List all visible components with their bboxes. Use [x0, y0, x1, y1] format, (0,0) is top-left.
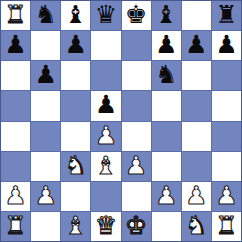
- square-f3[interactable]: [152, 152, 181, 181]
- black-pawn[interactable]: ♟: [95, 92, 117, 117]
- square-f2[interactable]: ♟: [152, 182, 181, 211]
- square-e4[interactable]: [122, 122, 151, 151]
- square-f4[interactable]: [152, 122, 181, 151]
- black-pawn[interactable]: ♟: [155, 32, 177, 57]
- white-queen[interactable]: ♛: [95, 213, 117, 238]
- black-bishop[interactable]: ♝: [65, 2, 87, 27]
- square-e8[interactable]: ♚: [122, 1, 151, 30]
- square-a1[interactable]: ♜: [1, 212, 30, 241]
- square-c8[interactable]: ♝: [61, 1, 90, 30]
- square-d8[interactable]: ♛: [91, 1, 120, 30]
- square-h8[interactable]: ♜: [212, 1, 241, 30]
- black-knight[interactable]: ♞: [155, 62, 177, 87]
- chess-board: ♜♞♝♛♚♝♜♟♟♟♟♟♟♞♟♟♞♝♟♟♟♟♟♟♜♝♛♚♞♜: [0, 0, 242, 242]
- square-c2[interactable]: [61, 182, 90, 211]
- square-a2[interactable]: ♟: [1, 182, 30, 211]
- square-d1[interactable]: ♛: [91, 212, 120, 241]
- square-b1[interactable]: [31, 212, 60, 241]
- chess-board-screenshot: ♜♞♝♛♚♝♜♟♟♟♟♟♟♞♟♟♞♝♟♟♟♟♟♟♜♝♛♚♞♜: [0, 0, 242, 242]
- square-h6[interactable]: [212, 61, 241, 90]
- square-f6[interactable]: ♞: [152, 61, 181, 90]
- square-f8[interactable]: ♝: [152, 1, 181, 30]
- white-pawn[interactable]: ♟: [155, 183, 177, 208]
- white-pawn[interactable]: ♟: [34, 183, 56, 208]
- white-pawn[interactable]: ♟: [185, 183, 207, 208]
- white-knight[interactable]: ♞: [65, 153, 87, 178]
- square-b8[interactable]: ♞: [31, 1, 60, 30]
- square-g4[interactable]: [182, 122, 211, 151]
- black-knight[interactable]: ♞: [34, 2, 56, 27]
- white-pawn[interactable]: ♟: [95, 123, 117, 148]
- white-pawn[interactable]: ♟: [215, 183, 237, 208]
- white-rook[interactable]: ♜: [4, 2, 26, 27]
- square-e2[interactable]: [122, 182, 151, 211]
- black-pawn[interactable]: ♟: [65, 32, 87, 57]
- square-a4[interactable]: [1, 122, 30, 151]
- square-e3[interactable]: ♟: [122, 152, 151, 181]
- square-g6[interactable]: [182, 61, 211, 90]
- square-c4[interactable]: [61, 122, 90, 151]
- square-h2[interactable]: ♟: [212, 182, 241, 211]
- square-g1[interactable]: ♞: [182, 212, 211, 241]
- square-g8[interactable]: [182, 1, 211, 30]
- square-b6[interactable]: ♟: [31, 61, 60, 90]
- white-bishop[interactable]: ♝: [65, 213, 87, 238]
- black-king[interactable]: ♚: [125, 2, 147, 27]
- square-d5[interactable]: ♟: [91, 91, 120, 120]
- white-rook[interactable]: ♜: [215, 213, 237, 238]
- black-pawn[interactable]: ♟: [185, 32, 207, 57]
- square-d4[interactable]: ♟: [91, 122, 120, 151]
- square-h3[interactable]: [212, 152, 241, 181]
- black-bishop[interactable]: ♝: [155, 2, 177, 27]
- square-a8[interactable]: ♜: [1, 1, 30, 30]
- square-e5[interactable]: [122, 91, 151, 120]
- white-pawn[interactable]: ♟: [125, 153, 147, 178]
- white-knight[interactable]: ♞: [185, 213, 207, 238]
- square-b2[interactable]: ♟: [31, 182, 60, 211]
- square-b4[interactable]: [31, 122, 60, 151]
- square-e1[interactable]: ♚: [122, 212, 151, 241]
- square-g2[interactable]: ♟: [182, 182, 211, 211]
- white-rook[interactable]: ♜: [4, 213, 26, 238]
- black-pawn[interactable]: ♟: [215, 32, 237, 57]
- white-pawn[interactable]: ♟: [4, 183, 26, 208]
- black-pawn[interactable]: ♟: [34, 62, 56, 87]
- square-e6[interactable]: [122, 61, 151, 90]
- square-g5[interactable]: [182, 91, 211, 120]
- square-c3[interactable]: ♞: [61, 152, 90, 181]
- black-rook[interactable]: ♜: [215, 2, 237, 27]
- black-pawn[interactable]: ♟: [4, 32, 26, 57]
- square-c6[interactable]: [61, 61, 90, 90]
- square-c1[interactable]: ♝: [61, 212, 90, 241]
- square-b5[interactable]: [31, 91, 60, 120]
- square-g3[interactable]: [182, 152, 211, 181]
- square-a3[interactable]: [1, 152, 30, 181]
- square-h1[interactable]: ♜: [212, 212, 241, 241]
- square-g7[interactable]: ♟: [182, 31, 211, 60]
- square-h7[interactable]: ♟: [212, 31, 241, 60]
- square-f5[interactable]: [152, 91, 181, 120]
- white-king[interactable]: ♚: [125, 213, 147, 238]
- square-b7[interactable]: [31, 31, 60, 60]
- square-h4[interactable]: [212, 122, 241, 151]
- square-e7[interactable]: [122, 31, 151, 60]
- square-d6[interactable]: [91, 61, 120, 90]
- black-queen[interactable]: ♛: [95, 2, 117, 27]
- square-a5[interactable]: [1, 91, 30, 120]
- square-c7[interactable]: ♟: [61, 31, 90, 60]
- square-h5[interactable]: [212, 91, 241, 120]
- square-c5[interactable]: [61, 91, 90, 120]
- square-f1[interactable]: [152, 212, 181, 241]
- square-d2[interactable]: [91, 182, 120, 211]
- square-d3[interactable]: ♝: [91, 152, 120, 181]
- square-a6[interactable]: [1, 61, 30, 90]
- square-f7[interactable]: ♟: [152, 31, 181, 60]
- white-bishop[interactable]: ♝: [95, 153, 117, 178]
- square-a7[interactable]: ♟: [1, 31, 30, 60]
- square-d7[interactable]: [91, 31, 120, 60]
- square-b3[interactable]: [31, 152, 60, 181]
